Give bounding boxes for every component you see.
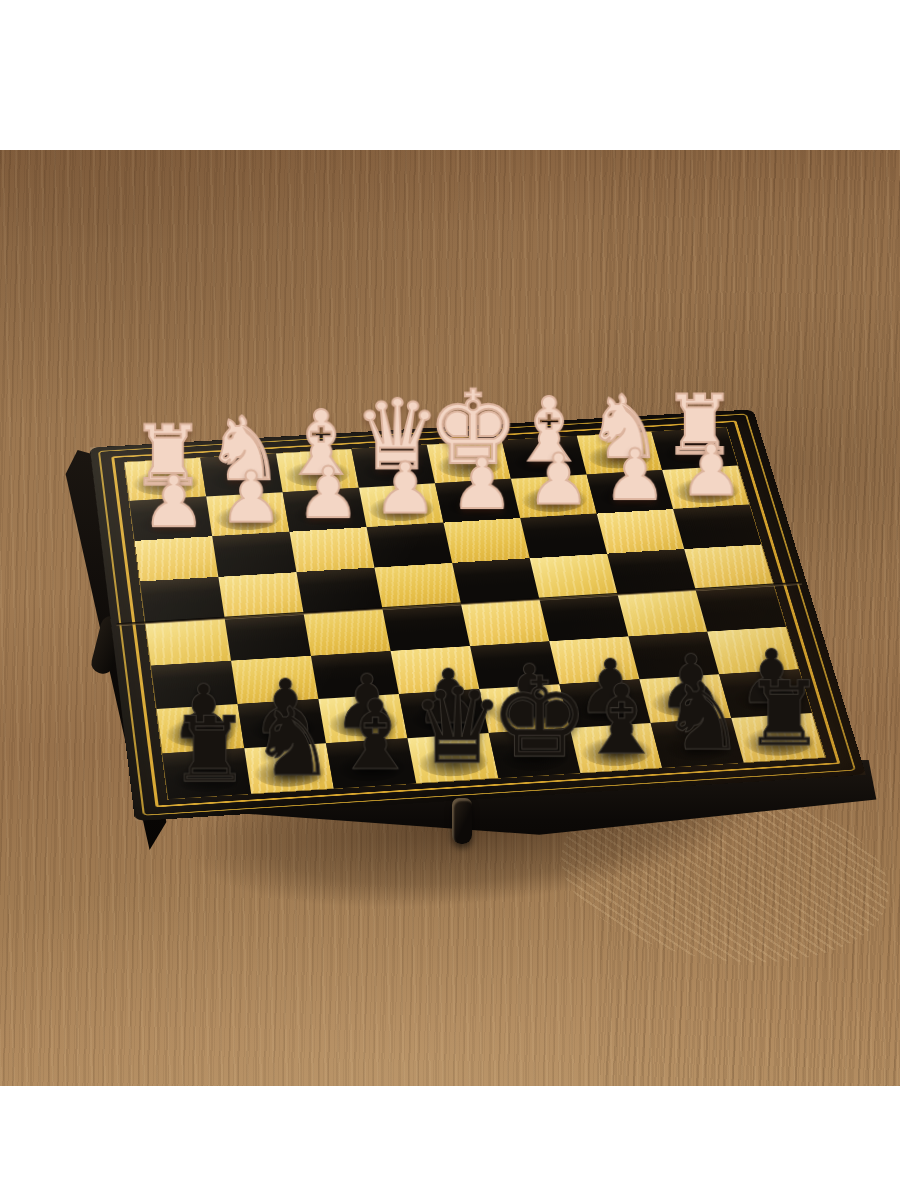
square-r2c6[interactable] [597, 509, 684, 554]
square-r1c5[interactable]: ♟ [511, 474, 597, 518]
square-r4c1[interactable] [225, 614, 311, 661]
piece-white-pawn[interactable]: ♟ [527, 444, 590, 514]
piece-black-knight[interactable]: ♞ [250, 695, 335, 789]
square-r4c5[interactable] [539, 595, 628, 642]
piece-black-bishop[interactable]: ♝ [578, 672, 664, 768]
piece-black-rook[interactable]: ♜ [744, 669, 824, 759]
piece-white-pawn[interactable]: ♟ [679, 435, 742, 505]
square-r7c6[interactable]: ♞ [651, 718, 744, 768]
square-r2c5[interactable] [520, 514, 607, 559]
piece-black-rook[interactable]: ♜ [169, 704, 250, 794]
square-r2c7[interactable] [673, 505, 761, 549]
chess-board: ♜♞♝♛♚♝♞♜♟♟♟♟♟♟♟♟♟♟♟♟♟♟♟♟♜♞♝♛♚♝♞♜ [90, 409, 866, 821]
piece-black-queen[interactable]: ♛ [410, 674, 504, 779]
board-frame: ♜♞♝♛♚♝♞♜♟♟♟♟♟♟♟♟♟♟♟♟♟♟♟♟♜♞♝♛♚♝♞♜ [90, 409, 866, 821]
square-r4c3[interactable] [382, 604, 470, 651]
square-r2c2[interactable] [290, 527, 375, 572]
square-r1c3[interactable]: ♟ [359, 483, 444, 527]
piece-black-knight[interactable]: ♞ [660, 670, 744, 764]
square-r3c1[interactable] [218, 572, 303, 618]
square-r4c0[interactable] [145, 618, 231, 665]
square-r4c6[interactable] [618, 590, 708, 637]
table-background: ♜♞♝♛♚♝♞♜♟♟♟♟♟♟♟♟♟♟♟♟♟♟♟♟♜♞♝♛♚♝♞♜ [0, 150, 900, 1086]
square-r1c7[interactable]: ♟ [662, 466, 749, 509]
square-r3c7[interactable] [684, 544, 773, 589]
piece-white-pawn[interactable]: ♟ [603, 440, 666, 510]
square-r2c3[interactable] [367, 523, 453, 568]
square-r3c3[interactable] [374, 563, 461, 609]
square-r2c0[interactable] [135, 536, 219, 581]
square-r1c0[interactable]: ♟ [130, 497, 213, 541]
square-r3c2[interactable] [296, 568, 382, 614]
square-r1c1[interactable]: ♟ [206, 492, 289, 536]
piece-black-bishop[interactable]: ♝ [331, 688, 417, 784]
square-r1c6[interactable]: ♟ [587, 470, 673, 514]
white-matte-top [0, 0, 900, 150]
square-r2c1[interactable] [212, 532, 296, 577]
piece-white-pawn[interactable]: ♟ [142, 466, 205, 537]
piece-white-pawn[interactable]: ♟ [373, 453, 436, 523]
piece-white-pawn[interactable]: ♟ [219, 462, 282, 533]
white-matte-bottom [0, 1086, 900, 1200]
square-r3c0[interactable] [140, 577, 225, 623]
square-r1c2[interactable]: ♟ [283, 488, 367, 532]
latch-clasp [452, 798, 472, 844]
square-r2c4[interactable] [444, 518, 530, 563]
square-r7c2[interactable]: ♝ [326, 738, 416, 788]
square-r7c0[interactable]: ♜ [162, 748, 251, 799]
piece-white-pawn[interactable]: ♟ [450, 448, 513, 518]
board-squares-grid: ♜♞♝♛♚♝♞♜♟♟♟♟♟♟♟♟♟♟♟♟♟♟♟♟♜♞♝♛♚♝♞♜ [124, 427, 825, 799]
square-r4c7[interactable] [696, 585, 786, 631]
square-r7c7[interactable]: ♜ [731, 713, 825, 763]
square-r1c4[interactable]: ♟ [435, 479, 520, 523]
square-r3c5[interactable] [530, 554, 618, 600]
square-r3c6[interactable] [607, 549, 696, 595]
square-r7c1[interactable]: ♞ [244, 743, 334, 793]
square-r4c4[interactable] [461, 599, 549, 646]
piece-white-pawn[interactable]: ♟ [296, 457, 359, 528]
square-r7c3[interactable]: ♛ [407, 733, 498, 783]
square-r4c2[interactable] [304, 609, 391, 656]
square-r3c4[interactable] [452, 558, 539, 604]
